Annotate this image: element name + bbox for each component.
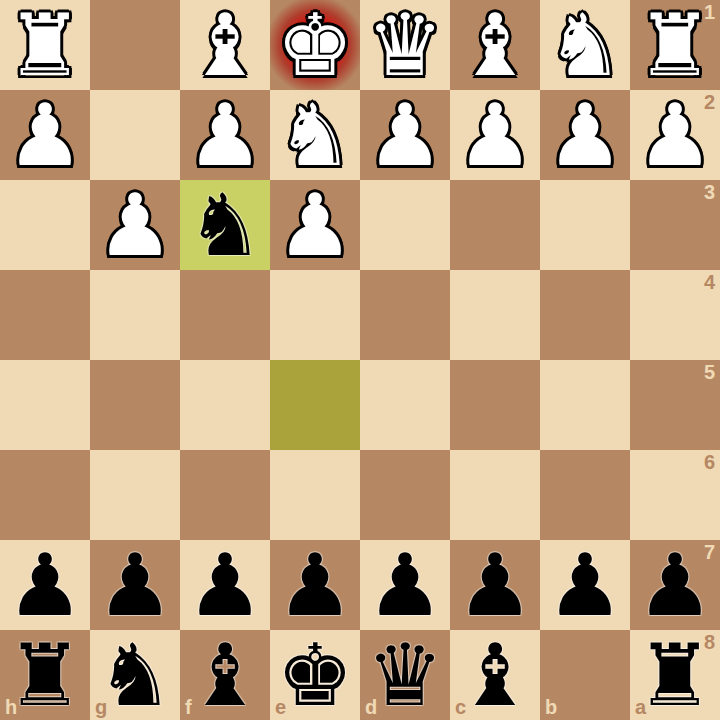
piece-black-rook[interactable]: ♜	[636, 630, 713, 720]
square-b1[interactable]: ♞	[540, 0, 630, 90]
piece-white-rook[interactable]: ♜	[6, 0, 83, 90]
square-g4[interactable]	[90, 270, 180, 360]
square-c1[interactable]: ♝	[450, 0, 540, 90]
file-label-h: h	[5, 696, 17, 719]
square-d3[interactable]	[360, 180, 450, 270]
file-label-c: c	[455, 696, 466, 719]
piece-black-knight[interactable]: ♞	[96, 630, 173, 720]
piece-black-pawn[interactable]: ♟	[546, 540, 623, 630]
square-c7[interactable]: ♟	[450, 540, 540, 630]
square-d4[interactable]	[360, 270, 450, 360]
square-b7[interactable]: ♟	[540, 540, 630, 630]
piece-black-bishop[interactable]: ♝	[456, 630, 533, 720]
rank-label-7: 7	[704, 541, 715, 564]
piece-white-pawn[interactable]: ♟	[6, 90, 83, 180]
square-d7[interactable]: ♟	[360, 540, 450, 630]
square-d1[interactable]: ♛	[360, 0, 450, 90]
rank-label-8: 8	[704, 631, 715, 654]
square-g3[interactable]: ♟	[90, 180, 180, 270]
square-h3[interactable]	[0, 180, 90, 270]
piece-black-bishop[interactable]: ♝	[186, 630, 263, 720]
square-g5[interactable]	[90, 360, 180, 450]
piece-white-pawn[interactable]: ♟	[546, 90, 623, 180]
piece-white-king[interactable]: ♚	[276, 0, 353, 90]
square-c6[interactable]	[450, 450, 540, 540]
square-a6[interactable]: 6	[630, 450, 720, 540]
file-label-d: d	[365, 696, 377, 719]
piece-white-pawn[interactable]: ♟	[276, 180, 353, 270]
square-c2[interactable]: ♟	[450, 90, 540, 180]
square-h5[interactable]	[0, 360, 90, 450]
square-b8[interactable]: b	[540, 630, 630, 720]
piece-black-pawn[interactable]: ♟	[366, 540, 443, 630]
square-g6[interactable]	[90, 450, 180, 540]
square-f5[interactable]	[180, 360, 270, 450]
square-c8[interactable]: ♝c	[450, 630, 540, 720]
square-c3[interactable]	[450, 180, 540, 270]
square-d5[interactable]	[360, 360, 450, 450]
piece-white-rook[interactable]: ♜	[636, 0, 713, 90]
square-g7[interactable]: ♟	[90, 540, 180, 630]
square-a1[interactable]: ♜1	[630, 0, 720, 90]
rank-label-3: 3	[704, 181, 715, 204]
square-h4[interactable]	[0, 270, 90, 360]
square-a2[interactable]: ♟2	[630, 90, 720, 180]
square-d6[interactable]	[360, 450, 450, 540]
piece-black-rook[interactable]: ♜	[6, 630, 83, 720]
square-d8[interactable]: ♛d	[360, 630, 450, 720]
square-b5[interactable]	[540, 360, 630, 450]
square-c4[interactable]	[450, 270, 540, 360]
file-label-g: g	[95, 696, 107, 719]
piece-white-bishop[interactable]: ♝	[186, 0, 263, 90]
square-e4[interactable]	[270, 270, 360, 360]
rank-label-6: 6	[704, 451, 715, 474]
piece-black-pawn[interactable]: ♟	[186, 540, 263, 630]
square-h8[interactable]: ♜h	[0, 630, 90, 720]
piece-black-pawn[interactable]: ♟	[6, 540, 83, 630]
square-h7[interactable]: ♟	[0, 540, 90, 630]
square-b6[interactable]	[540, 450, 630, 540]
chess-board: ♜♝♚♛♝♞♜1♟♟♞♟♟♟♟2♟♞♟3456♟♟♟♟♟♟♟♟7♜h♞g♝f♚e…	[0, 0, 720, 720]
piece-black-pawn[interactable]: ♟	[456, 540, 533, 630]
square-a5[interactable]: 5	[630, 360, 720, 450]
file-label-f: f	[185, 696, 192, 719]
piece-black-pawn[interactable]: ♟	[276, 540, 353, 630]
square-b3[interactable]	[540, 180, 630, 270]
piece-black-queen[interactable]: ♛	[366, 630, 443, 720]
piece-black-pawn[interactable]: ♟	[96, 540, 173, 630]
piece-black-king[interactable]: ♚	[276, 630, 353, 720]
square-g8[interactable]: ♞g	[90, 630, 180, 720]
piece-white-knight[interactable]: ♞	[276, 90, 353, 180]
square-e6[interactable]	[270, 450, 360, 540]
rank-label-4: 4	[704, 271, 715, 294]
square-b4[interactable]	[540, 270, 630, 360]
square-a8[interactable]: ♜8a	[630, 630, 720, 720]
square-f3[interactable]: ♞	[180, 180, 270, 270]
square-g2[interactable]	[90, 90, 180, 180]
rank-label-2: 2	[704, 91, 715, 114]
file-label-b: b	[545, 696, 557, 719]
square-e5[interactable]	[270, 360, 360, 450]
piece-white-pawn[interactable]: ♟	[96, 180, 173, 270]
square-b2[interactable]: ♟	[540, 90, 630, 180]
square-g1[interactable]	[90, 0, 180, 90]
piece-white-pawn[interactable]: ♟	[186, 90, 263, 180]
square-e2[interactable]: ♞	[270, 90, 360, 180]
file-label-a: a	[635, 696, 646, 719]
square-f6[interactable]	[180, 450, 270, 540]
piece-white-bishop[interactable]: ♝	[456, 0, 533, 90]
piece-black-knight[interactable]: ♞	[186, 180, 263, 270]
square-f8[interactable]: ♝f	[180, 630, 270, 720]
square-e1[interactable]: ♚	[270, 0, 360, 90]
square-h1[interactable]: ♜	[0, 0, 90, 90]
file-label-e: e	[275, 696, 286, 719]
square-d2[interactable]: ♟	[360, 90, 450, 180]
piece-white-pawn[interactable]: ♟	[456, 90, 533, 180]
square-e7[interactable]: ♟	[270, 540, 360, 630]
square-a4[interactable]: 4	[630, 270, 720, 360]
rank-label-5: 5	[704, 361, 715, 384]
square-f1[interactable]: ♝	[180, 0, 270, 90]
rank-label-1: 1	[704, 1, 715, 24]
piece-white-knight[interactable]: ♞	[546, 0, 623, 90]
square-f4[interactable]	[180, 270, 270, 360]
square-h2[interactable]: ♟	[0, 90, 90, 180]
square-e8[interactable]: ♚e	[270, 630, 360, 720]
square-f7[interactable]: ♟	[180, 540, 270, 630]
square-f2[interactable]: ♟	[180, 90, 270, 180]
square-a3[interactable]: 3	[630, 180, 720, 270]
square-a7[interactable]: ♟7	[630, 540, 720, 630]
piece-black-pawn[interactable]: ♟	[636, 540, 713, 630]
square-h6[interactable]	[0, 450, 90, 540]
piece-white-pawn[interactable]: ♟	[366, 90, 443, 180]
piece-white-pawn[interactable]: ♟	[636, 90, 713, 180]
square-c5[interactable]	[450, 360, 540, 450]
piece-white-queen[interactable]: ♛	[366, 0, 443, 90]
square-e3[interactable]: ♟	[270, 180, 360, 270]
